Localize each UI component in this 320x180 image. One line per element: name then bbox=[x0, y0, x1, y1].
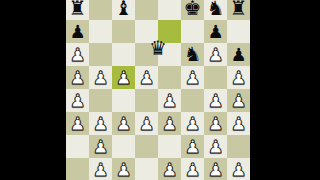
square-h8[interactable]: ♜ bbox=[227, 0, 250, 20]
square-e2[interactable] bbox=[158, 135, 181, 158]
black-knight-piece[interactable]: ♞ bbox=[181, 43, 204, 66]
white-pawn-piece[interactable]: ♟ bbox=[181, 158, 204, 180]
white-pawn-piece[interactable]: ♟ bbox=[227, 112, 250, 135]
square-g1[interactable]: ♟ bbox=[204, 158, 227, 180]
white-pawn-piece[interactable]: ♟ bbox=[227, 66, 250, 89]
square-g3[interactable]: ♟ bbox=[204, 112, 227, 135]
white-pawn-piece[interactable]: ♟ bbox=[66, 112, 89, 135]
white-pawn-piece[interactable]: ♟ bbox=[181, 112, 204, 135]
white-pawn-piece[interactable]: ♟ bbox=[158, 112, 181, 135]
square-e4[interactable]: ♟ bbox=[158, 89, 181, 112]
white-pawn-piece[interactable]: ♟ bbox=[89, 112, 112, 135]
dragged-black-queen[interactable]: ♛ bbox=[147, 37, 170, 60]
square-d5[interactable]: ♟ bbox=[135, 66, 158, 89]
white-pawn-piece[interactable]: ♟ bbox=[227, 158, 250, 180]
white-pawn-piece[interactable]: ♟ bbox=[181, 66, 204, 89]
square-d1[interactable] bbox=[135, 158, 158, 180]
square-a4[interactable]: ♟ bbox=[66, 89, 89, 112]
white-pawn-piece[interactable]: ♟ bbox=[158, 158, 181, 180]
square-f6[interactable]: ♞ bbox=[181, 43, 204, 66]
square-f7[interactable] bbox=[181, 20, 204, 43]
square-a3[interactable]: ♟ bbox=[66, 112, 89, 135]
white-pawn-piece[interactable]: ♟ bbox=[66, 43, 89, 66]
white-pawn-piece[interactable]: ♟ bbox=[135, 66, 158, 89]
square-b3[interactable]: ♟ bbox=[89, 112, 112, 135]
square-c7[interactable] bbox=[112, 20, 135, 43]
white-pawn-piece[interactable]: ♟ bbox=[181, 135, 204, 158]
square-f3[interactable]: ♟ bbox=[181, 112, 204, 135]
chess-board: ♜♝♚♞♜♟♟♟♞♟♟♟♟♟♟♟♟♟♟♟♟♟♟♟♟♟♟♟♟♟♟♟♟♟♟♟♟♟♛ bbox=[66, 0, 250, 180]
square-h2[interactable] bbox=[227, 135, 250, 158]
white-pawn-piece[interactable]: ♟ bbox=[204, 89, 227, 112]
square-b7[interactable] bbox=[89, 20, 112, 43]
square-d2[interactable] bbox=[135, 135, 158, 158]
white-pawn-piece[interactable]: ♟ bbox=[66, 89, 89, 112]
square-d4[interactable] bbox=[135, 89, 158, 112]
square-c8[interactable]: ♝ bbox=[112, 0, 135, 20]
square-h5[interactable]: ♟ bbox=[227, 66, 250, 89]
black-rook-piece[interactable]: ♜ bbox=[227, 0, 250, 20]
black-pawn-piece[interactable]: ♟ bbox=[204, 20, 227, 43]
square-c2[interactable] bbox=[112, 135, 135, 158]
white-pawn-piece[interactable]: ♟ bbox=[227, 89, 250, 112]
square-b2[interactable]: ♟ bbox=[89, 135, 112, 158]
square-a2[interactable] bbox=[66, 135, 89, 158]
square-f1[interactable]: ♟ bbox=[181, 158, 204, 180]
square-g2[interactable]: ♟ bbox=[204, 135, 227, 158]
white-pawn-piece[interactable]: ♟ bbox=[204, 135, 227, 158]
square-e3[interactable]: ♟ bbox=[158, 112, 181, 135]
square-c3[interactable]: ♟ bbox=[112, 112, 135, 135]
square-d3[interactable]: ♟ bbox=[135, 112, 158, 135]
white-pawn-piece[interactable]: ♟ bbox=[204, 43, 227, 66]
square-b8[interactable] bbox=[89, 0, 112, 20]
white-pawn-piece[interactable]: ♟ bbox=[112, 158, 135, 180]
square-c1[interactable]: ♟ bbox=[112, 158, 135, 180]
square-b5[interactable]: ♟ bbox=[89, 66, 112, 89]
square-g8[interactable]: ♞ bbox=[204, 0, 227, 20]
white-pawn-piece[interactable]: ♟ bbox=[66, 66, 89, 89]
square-f4[interactable] bbox=[181, 89, 204, 112]
square-c5[interactable]: ♟ bbox=[112, 66, 135, 89]
square-c6[interactable] bbox=[112, 43, 135, 66]
square-f8[interactable]: ♚ bbox=[181, 0, 204, 20]
black-knight-piece[interactable]: ♞ bbox=[204, 0, 227, 20]
black-pawn-piece[interactable]: ♟ bbox=[227, 43, 250, 66]
white-pawn-piece[interactable]: ♟ bbox=[135, 112, 158, 135]
square-c4[interactable] bbox=[112, 89, 135, 112]
square-b6[interactable] bbox=[89, 43, 112, 66]
white-pawn-piece[interactable]: ♟ bbox=[112, 112, 135, 135]
square-e5[interactable] bbox=[158, 66, 181, 89]
black-pawn-piece[interactable]: ♟ bbox=[66, 20, 89, 43]
square-g6[interactable]: ♟ bbox=[204, 43, 227, 66]
square-e8[interactable] bbox=[158, 0, 181, 20]
square-h7[interactable] bbox=[227, 20, 250, 43]
square-g5[interactable] bbox=[204, 66, 227, 89]
white-pawn-piece[interactable]: ♟ bbox=[158, 89, 181, 112]
white-pawn-piece[interactable]: ♟ bbox=[89, 66, 112, 89]
square-f5[interactable]: ♟ bbox=[181, 66, 204, 89]
white-pawn-piece[interactable]: ♟ bbox=[112, 66, 135, 89]
black-king-piece[interactable]: ♚ bbox=[181, 0, 204, 20]
square-h6[interactable]: ♟ bbox=[227, 43, 250, 66]
square-d8[interactable] bbox=[135, 0, 158, 20]
square-h4[interactable]: ♟ bbox=[227, 89, 250, 112]
square-a6[interactable]: ♟ bbox=[66, 43, 89, 66]
square-e1[interactable]: ♟ bbox=[158, 158, 181, 180]
white-pawn-piece[interactable]: ♟ bbox=[89, 158, 112, 180]
white-pawn-piece[interactable]: ♟ bbox=[89, 135, 112, 158]
square-h1[interactable]: ♟ bbox=[227, 158, 250, 180]
square-b4[interactable] bbox=[89, 89, 112, 112]
square-f2[interactable]: ♟ bbox=[181, 135, 204, 158]
square-g7[interactable]: ♟ bbox=[204, 20, 227, 43]
white-pawn-piece[interactable]: ♟ bbox=[204, 112, 227, 135]
square-a1[interactable] bbox=[66, 158, 89, 180]
square-g4[interactable]: ♟ bbox=[204, 89, 227, 112]
square-a5[interactable]: ♟ bbox=[66, 66, 89, 89]
square-a7[interactable]: ♟ bbox=[66, 20, 89, 43]
white-pawn-piece[interactable]: ♟ bbox=[204, 158, 227, 180]
square-h3[interactable]: ♟ bbox=[227, 112, 250, 135]
square-b1[interactable]: ♟ bbox=[89, 158, 112, 180]
black-bishop-piece[interactable]: ♝ bbox=[112, 0, 135, 20]
black-rook-piece[interactable]: ♜ bbox=[66, 0, 89, 20]
video-frame: ♜♝♚♞♜♟♟♟♞♟♟♟♟♟♟♟♟♟♟♟♟♟♟♟♟♟♟♟♟♟♟♟♟♟♟♟♟♟♛ bbox=[0, 0, 320, 180]
square-a8[interactable]: ♜ bbox=[66, 0, 89, 20]
